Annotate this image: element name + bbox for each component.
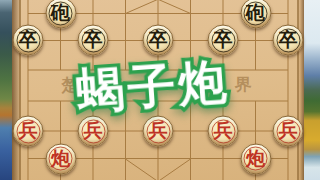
piece-glyph: 兵: [84, 121, 103, 140]
piece-glyph: 卒: [149, 30, 168, 49]
thumbnail-stage: 楚 河 漢 界 砲砲卒卒卒卒卒兵兵兵兵兵炮炮 蝎子炮 蝎子炮: [0, 0, 320, 180]
piece-black-cannon[interactable]: 砲: [45, 0, 76, 29]
title-banner: 蝎子炮 蝎子炮: [74, 50, 231, 125]
piece-glyph: 兵: [149, 121, 168, 140]
piece-red-cannon[interactable]: 炮: [45, 143, 76, 174]
piece-red-soldier[interactable]: 兵: [273, 116, 304, 147]
piece-black-cannon[interactable]: 砲: [240, 0, 271, 29]
piece-black-soldier[interactable]: 卒: [273, 25, 304, 56]
piece-glyph: 兵: [19, 121, 38, 140]
piece-glyph: 卒: [214, 30, 233, 49]
piece-glyph: 卒: [19, 30, 38, 49]
piece-black-soldier[interactable]: 卒: [78, 25, 109, 56]
piece-glyph: 卒: [279, 30, 298, 49]
piece-red-soldier[interactable]: 兵: [208, 116, 239, 147]
piece-glyph: 兵: [279, 121, 298, 140]
piece-glyph: 炮: [246, 149, 265, 168]
piece-red-soldier[interactable]: 兵: [13, 116, 44, 147]
piece-glyph: 兵: [214, 121, 233, 140]
piece-red-cannon[interactable]: 炮: [240, 143, 271, 174]
piece-glyph: 砲: [246, 3, 265, 22]
piece-glyph: 炮: [51, 149, 70, 168]
title-text: 蝎子炮: [74, 50, 231, 125]
piece-black-soldier[interactable]: 卒: [143, 25, 174, 56]
piece-glyph: 砲: [51, 3, 70, 22]
piece-black-soldier[interactable]: 卒: [13, 25, 44, 56]
piece-red-soldier[interactable]: 兵: [143, 116, 174, 147]
piece-glyph: 卒: [84, 30, 103, 49]
